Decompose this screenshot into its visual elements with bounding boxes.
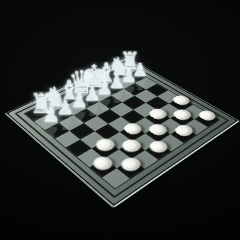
board-grid bbox=[24, 64, 221, 189]
glass-chess-board bbox=[8, 58, 236, 205]
checker-piece bbox=[170, 94, 191, 107]
chess-piece-rook bbox=[110, 50, 150, 73]
checker-piece bbox=[146, 122, 169, 137]
photo-background bbox=[0, 0, 240, 240]
